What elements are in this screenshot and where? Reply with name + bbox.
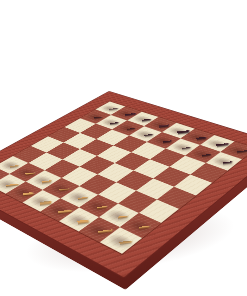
chess-board-frame: ♜♞♝♛♚♝♞♜♟♟♟♟♟♟♟♟♟♟♟♟♟♟♟♟♜♞♝♛♚♝♞♜: [0, 91, 247, 277]
square-d8: ♛: [144, 117, 176, 132]
square-a7: ♟: [80, 110, 111, 124]
piece-contact-shadow: [131, 128, 158, 140]
black-pawn-icon: ♟: [96, 101, 122, 129]
square-c7: ♟: [112, 120, 144, 135]
square-e7: ♟: [147, 132, 181, 148]
square-b5: [64, 133, 97, 149]
square-d6: [113, 136, 147, 153]
square-h6: [190, 163, 227, 183]
square-b7: ♟: [96, 115, 127, 130]
chess-set-product-photo: ♜♞♝♛♚♝♞♜♟♟♟♟♟♟♟♟♟♟♟♟♟♟♟♟♜♞♝♛♚♝♞♜: [0, 0, 247, 296]
piece-contact-shadow: [114, 123, 140, 135]
piece-contact-shadow: [129, 114, 155, 125]
piece-contact-shadow: [83, 112, 108, 123]
square-c6: [96, 130, 129, 146]
square-a5: [48, 127, 80, 142]
square-b8: ♞: [111, 106, 142, 120]
square-c8: ♝: [127, 112, 158, 127]
piece-contact-shadow: [149, 134, 177, 147]
black-pawn-icon: ♟: [148, 118, 176, 148]
piece-contact-shadow: [146, 119, 172, 131]
perspective-scene: ♜♞♝♛♚♝♞♜♟♟♟♟♟♟♟♟♟♟♟♟♟♟♟♟♜♞♝♛♚♝♞♜: [0, 0, 247, 296]
square-e6: [131, 142, 165, 159]
square-c5: [80, 139, 114, 156]
piece-contact-shadow: [98, 117, 123, 128]
piece-contact-shadow: [113, 108, 138, 119]
square-d7: ♟: [129, 126, 162, 142]
square-a6: [64, 118, 95, 133]
piece-contact-shadow: [98, 103, 122, 113]
black-pawn-icon: ♟: [113, 106, 140, 135]
black-bishop-icon: ♝: [121, 86, 161, 129]
black-pawn-icon: ♟: [81, 96, 106, 124]
camera-tilt-wrapper: ♜♞♝♛♚♝♞♜♟♟♟♟♟♟♟♟♟♟♟♟♟♟♟♟♜♞♝♛♚♝♞♜: [0, 0, 247, 296]
black-queen-icon: ♛: [135, 86, 181, 136]
square-a8: ♜: [95, 101, 125, 114]
square-h1: ♜: [100, 227, 142, 253]
black-pawn-icon: ♟: [130, 112, 157, 142]
square-d5: [97, 146, 131, 164]
black-rook-icon: ♜: [93, 83, 123, 116]
square-b6: [80, 124, 112, 139]
black-knight-icon: ♞: [105, 83, 142, 123]
